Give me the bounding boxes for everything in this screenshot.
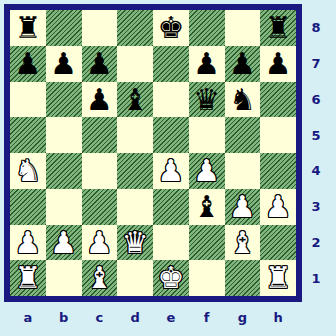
piece-white-pawn: ♟ [157, 153, 184, 189]
piece-white-rook: ♜ [265, 260, 292, 296]
square-c4[interactable] [82, 153, 118, 189]
square-c1[interactable]: ♝ [82, 260, 118, 296]
square-b2[interactable]: ♟ [46, 225, 82, 261]
square-a3[interactable] [10, 189, 46, 225]
square-c6[interactable]: ♟ [82, 82, 118, 118]
file-label-c: c [82, 305, 118, 329]
piece-white-rook: ♜ [14, 260, 41, 296]
square-a8[interactable]: ♜ [10, 10, 46, 46]
square-f8[interactable] [189, 10, 225, 46]
square-g2[interactable]: ♝ [225, 225, 261, 261]
square-g5[interactable] [225, 117, 261, 153]
rank-label-1: 1 [303, 260, 329, 296]
piece-black-pawn: ♟ [86, 82, 113, 118]
square-a1[interactable]: ♜ [10, 260, 46, 296]
square-b8[interactable] [46, 10, 82, 46]
rank-labels: 8 7 6 5 4 3 2 1 [303, 10, 329, 296]
file-label-a: a [10, 305, 46, 329]
piece-black-pawn: ♟ [229, 46, 256, 82]
square-c8[interactable] [82, 10, 118, 46]
rank-label-5: 5 [303, 117, 329, 153]
square-f4[interactable]: ♟ [189, 153, 225, 189]
chess-board: ♜♚♜♟♟♟♟♟♟♟♝♛♞♞♟♟♝♟♟♟♟♟♛♝♜♝♚♜ [10, 10, 296, 296]
square-e5[interactable] [153, 117, 189, 153]
square-d2[interactable]: ♛ [117, 225, 153, 261]
square-g4[interactable] [225, 153, 261, 189]
square-d8[interactable] [117, 10, 153, 46]
piece-white-pawn: ♟ [50, 225, 77, 261]
square-g1[interactable] [225, 260, 261, 296]
square-b6[interactable] [46, 82, 82, 118]
piece-white-pawn: ♟ [193, 153, 220, 189]
square-g7[interactable]: ♟ [225, 46, 261, 82]
rank-label-4: 4 [303, 153, 329, 189]
square-h7[interactable]: ♟ [260, 46, 296, 82]
square-a5[interactable] [10, 117, 46, 153]
square-a7[interactable]: ♟ [10, 46, 46, 82]
square-h2[interactable] [260, 225, 296, 261]
piece-white-king: ♚ [157, 260, 184, 296]
square-b4[interactable] [46, 153, 82, 189]
board-frame: ♜♚♜♟♟♟♟♟♟♟♝♛♞♞♟♟♝♟♟♟♟♟♛♝♜♝♚♜ [4, 4, 302, 302]
square-g8[interactable] [225, 10, 261, 46]
piece-black-pawn: ♟ [193, 46, 220, 82]
square-h4[interactable] [260, 153, 296, 189]
square-d7[interactable] [117, 46, 153, 82]
piece-white-knight: ♞ [14, 153, 41, 189]
square-h1[interactable]: ♜ [260, 260, 296, 296]
piece-black-bishop: ♝ [122, 82, 149, 118]
file-labels: a b c d e f g h [10, 305, 296, 329]
square-b5[interactable] [46, 117, 82, 153]
piece-black-king: ♚ [157, 10, 184, 46]
square-b7[interactable]: ♟ [46, 46, 82, 82]
square-e8[interactable]: ♚ [153, 10, 189, 46]
square-f3[interactable]: ♝ [189, 189, 225, 225]
square-c7[interactable]: ♟ [82, 46, 118, 82]
piece-black-rook: ♜ [14, 10, 41, 46]
square-d6[interactable]: ♝ [117, 82, 153, 118]
square-e6[interactable] [153, 82, 189, 118]
square-c5[interactable] [82, 117, 118, 153]
file-label-b: b [46, 305, 82, 329]
piece-white-pawn: ♟ [86, 225, 113, 261]
square-g3[interactable]: ♟ [225, 189, 261, 225]
piece-black-knight: ♞ [229, 82, 256, 118]
square-b1[interactable] [46, 260, 82, 296]
square-h8[interactable]: ♜ [260, 10, 296, 46]
chess-diagram: ♜♚♜♟♟♟♟♟♟♟♝♛♞♞♟♟♝♟♟♟♟♟♛♝♜♝♚♜ a b c d e f… [0, 0, 336, 336]
square-h6[interactable] [260, 82, 296, 118]
file-label-f: f [189, 305, 225, 329]
file-label-e: e [153, 305, 189, 329]
piece-black-bishop: ♝ [193, 189, 220, 225]
piece-black-pawn: ♟ [86, 46, 113, 82]
piece-white-bishop: ♝ [86, 260, 113, 296]
square-d5[interactable] [117, 117, 153, 153]
piece-white-queen: ♛ [122, 225, 149, 261]
square-d4[interactable] [117, 153, 153, 189]
piece-black-queen: ♛ [193, 82, 220, 118]
square-h5[interactable] [260, 117, 296, 153]
square-a6[interactable] [10, 82, 46, 118]
square-c3[interactable] [82, 189, 118, 225]
rank-label-3: 3 [303, 189, 329, 225]
square-f7[interactable]: ♟ [189, 46, 225, 82]
piece-black-pawn: ♟ [265, 46, 292, 82]
rank-label-8: 8 [303, 10, 329, 46]
square-d3[interactable] [117, 189, 153, 225]
piece-black-rook: ♜ [265, 10, 292, 46]
rank-label-7: 7 [303, 46, 329, 82]
square-g6[interactable]: ♞ [225, 82, 261, 118]
square-f6[interactable]: ♛ [189, 82, 225, 118]
square-a2[interactable]: ♟ [10, 225, 46, 261]
square-f1[interactable] [189, 260, 225, 296]
square-f2[interactable] [189, 225, 225, 261]
square-e4[interactable]: ♟ [153, 153, 189, 189]
square-a4[interactable]: ♞ [10, 153, 46, 189]
file-label-d: d [117, 305, 153, 329]
piece-white-pawn: ♟ [265, 189, 292, 225]
square-f5[interactable] [189, 117, 225, 153]
square-b3[interactable] [46, 189, 82, 225]
piece-black-pawn: ♟ [14, 46, 41, 82]
square-h3[interactable]: ♟ [260, 189, 296, 225]
piece-white-pawn: ♟ [229, 189, 256, 225]
square-e2[interactable] [153, 225, 189, 261]
square-e7[interactable] [153, 46, 189, 82]
square-d1[interactable] [117, 260, 153, 296]
square-e1[interactable]: ♚ [153, 260, 189, 296]
file-label-g: g [225, 305, 261, 329]
file-label-h: h [260, 305, 296, 329]
piece-white-bishop: ♝ [229, 225, 256, 261]
square-c2[interactable]: ♟ [82, 225, 118, 261]
rank-label-6: 6 [303, 82, 329, 118]
rank-label-2: 2 [303, 225, 329, 261]
piece-black-pawn: ♟ [50, 46, 77, 82]
piece-white-pawn: ♟ [14, 225, 41, 261]
square-e3[interactable] [153, 189, 189, 225]
